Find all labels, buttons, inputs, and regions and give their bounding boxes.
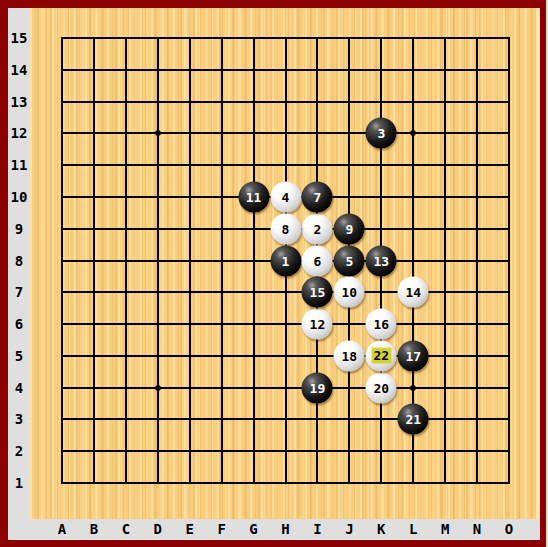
move-number: 1 [282,253,290,268]
row-label-5: 5 [8,348,30,364]
move-number: 6 [314,253,322,268]
stone-white-move-8: 8 [270,213,301,244]
move-number: 17 [405,348,421,363]
move-number: 9 [345,221,353,236]
grid-line-horizontal [61,164,510,166]
move-number: 16 [373,317,389,332]
move-number: 15 [310,285,326,300]
column-label-H: H [275,519,297,540]
column-label-B: B [83,519,105,540]
move-number: 3 [377,126,385,141]
row-label-13: 13 [8,94,30,110]
stone-black-move-9: 9 [334,213,365,244]
star-point-D4 [155,385,160,390]
stone-white-move-2: 2 [302,213,333,244]
move-number: 10 [342,285,358,300]
grid-line-horizontal [61,69,510,71]
stone-white-move-18: 18 [334,340,365,371]
stone-white-move-20: 20 [366,372,397,403]
last-move-marker: 22 [371,348,391,364]
row-labels-strip: 151413121110987654321 [8,8,30,540]
stone-black-move-1: 1 [270,245,301,276]
move-number: 19 [310,380,326,395]
grid-line-horizontal [61,450,510,452]
stone-white-move-14: 14 [398,277,429,308]
grid-line-horizontal [61,387,510,389]
go-board[interactable]: 12345678910111213141516171819202122 [30,8,540,519]
grid-line-horizontal [61,37,510,39]
row-label-6: 6 [8,316,30,332]
stone-black-move-3: 3 [366,118,397,149]
grid-line-horizontal [61,418,510,420]
move-number: 18 [342,348,358,363]
row-label-3: 3 [8,411,30,427]
column-label-L: L [402,519,424,540]
move-number: 12 [310,317,326,332]
row-label-11: 11 [8,157,30,173]
column-label-G: G [243,519,265,540]
row-label-15: 15 [8,30,30,46]
row-label-9: 9 [8,221,30,237]
row-label-8: 8 [8,253,30,269]
column-label-D: D [147,519,169,540]
move-number: 20 [373,380,389,395]
row-label-1: 1 [8,475,30,491]
move-number: 2 [314,221,322,236]
grid-line-horizontal [61,482,510,484]
move-number: 5 [345,253,353,268]
stone-black-move-21: 21 [398,404,429,435]
move-number: 13 [373,253,389,268]
move-number: 7 [314,189,322,204]
column-label-K: K [370,519,392,540]
grid-line-horizontal [61,291,510,293]
move-number: 4 [282,189,290,204]
stone-white-move-12: 12 [302,309,333,340]
grid-line-horizontal [61,132,510,134]
stone-black-move-11: 11 [238,181,269,212]
row-label-7: 7 [8,284,30,300]
column-label-M: M [434,519,456,540]
star-point-D12 [155,131,160,136]
row-label-2: 2 [8,443,30,459]
stone-white-move-22: 22 [366,340,397,371]
stone-black-move-19: 19 [302,372,333,403]
column-label-C: C [115,519,137,540]
star-point-L12 [411,131,416,136]
move-number: 8 [282,221,290,236]
move-number: 14 [405,285,421,300]
row-label-10: 10 [8,189,30,205]
column-label-E: E [179,519,201,540]
stone-black-move-7: 7 [302,181,333,212]
column-label-J: J [338,519,360,540]
grid-line-horizontal [61,355,510,357]
stone-white-move-10: 10 [334,277,365,308]
stone-white-move-4: 4 [270,181,301,212]
column-label-N: N [466,519,488,540]
stone-white-move-16: 16 [366,309,397,340]
move-number: 21 [405,412,421,427]
stone-black-move-5: 5 [334,245,365,276]
row-label-14: 14 [8,62,30,78]
stone-white-move-6: 6 [302,245,333,276]
column-label-O: O [498,519,520,540]
star-point-L4 [411,385,416,390]
column-label-F: F [211,519,233,540]
column-label-A: A [51,519,73,540]
move-number: 11 [246,189,262,204]
grid-line-horizontal [61,323,510,325]
grid-line-horizontal [61,101,510,103]
column-label-I: I [306,519,328,540]
stone-black-move-15: 15 [302,277,333,308]
stone-black-move-17: 17 [398,340,429,371]
stone-black-move-13: 13 [366,245,397,276]
column-labels-strip: ABCDEFGHIJKLMNO [30,519,540,540]
row-label-4: 4 [8,380,30,396]
row-label-12: 12 [8,125,30,141]
